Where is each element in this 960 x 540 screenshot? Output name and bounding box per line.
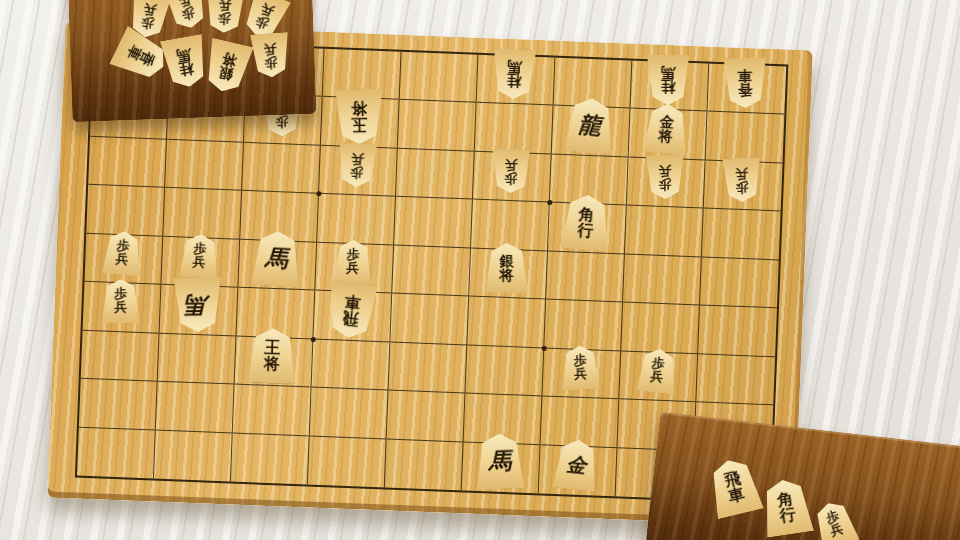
board-cell <box>315 242 394 293</box>
board-cell <box>79 379 158 430</box>
piece-kanji: 歩 兵 <box>263 42 278 68</box>
board-cell <box>477 55 556 106</box>
board-cell <box>542 348 621 399</box>
shogi-piece-香車[interactable]: 香 車 <box>108 25 173 87</box>
board-cell <box>396 149 475 200</box>
board-cell <box>83 282 162 333</box>
board-cell <box>387 391 466 442</box>
board-cell <box>548 203 627 254</box>
board-cell <box>312 339 391 390</box>
board-cell <box>163 188 242 239</box>
piece-kanji: 飛 車 <box>723 469 746 503</box>
board-cell <box>541 397 620 448</box>
board-cell <box>385 439 464 490</box>
board-cell <box>698 306 777 357</box>
board-cell <box>539 445 618 496</box>
board-cell <box>323 49 402 100</box>
board-cell <box>469 248 548 299</box>
shogi-piece-角行[interactable]: 角 行 <box>758 476 816 538</box>
board-cell <box>161 236 240 287</box>
board-cell <box>473 152 552 203</box>
piece-kanji: 歩 兵 <box>140 2 157 29</box>
board-cell <box>84 234 163 285</box>
board-cell <box>623 254 702 305</box>
piece-kanji: 桂 馬 <box>175 47 194 77</box>
board-cell <box>156 382 235 433</box>
board-cell <box>390 294 469 345</box>
board-cell <box>165 140 244 191</box>
board-cell <box>313 291 392 342</box>
board-cell <box>625 206 704 257</box>
board-cell <box>552 106 631 157</box>
piece-kanji: 銀 将 <box>217 51 238 82</box>
board-cell <box>158 333 237 384</box>
board-cell <box>240 191 319 242</box>
shogi-piece-歩兵[interactable]: 歩 兵 <box>204 0 246 34</box>
board-cell <box>392 245 471 296</box>
board-cell <box>160 285 239 336</box>
board-cell <box>704 160 783 211</box>
board-cell <box>238 239 317 290</box>
piece-kanji: 歩 兵 <box>178 0 196 20</box>
board-cell <box>702 209 781 260</box>
piece-kanji: 歩 兵 <box>825 510 845 538</box>
piece-kanji: 角 行 <box>776 490 796 523</box>
board-cell <box>696 354 775 405</box>
piece-kanji: 歩 兵 <box>254 1 276 30</box>
board-cell <box>308 436 387 487</box>
board-cell <box>619 351 698 402</box>
shogi-piece-桂馬[interactable]: 桂 馬 <box>158 34 211 91</box>
board-cell <box>81 330 160 381</box>
board-cell <box>465 345 544 396</box>
board-cell <box>86 185 165 236</box>
board-cell <box>236 288 315 339</box>
board-cell <box>467 297 546 348</box>
board-cell <box>317 194 396 245</box>
shogi-piece-銀将[interactable]: 銀 将 <box>199 37 254 96</box>
board-cell <box>400 52 479 103</box>
board-cell <box>706 112 785 163</box>
board-cell <box>321 97 400 148</box>
shogi-piece-歩兵[interactable]: 歩 兵 <box>809 497 860 540</box>
board-cell <box>88 137 167 188</box>
piece-kanji: 歩 兵 <box>218 0 232 24</box>
board-cell <box>629 109 708 160</box>
board-cell <box>464 394 543 445</box>
board-cell <box>544 300 623 351</box>
board-cell <box>700 257 779 308</box>
piece-kanji: 香 車 <box>124 43 156 68</box>
board-cell <box>310 388 389 439</box>
captured-piece-stand-top-left: 歩 兵歩 兵歩 兵歩 兵香 車桂 馬銀 将歩 兵 <box>67 0 316 122</box>
board-cell <box>462 442 541 493</box>
board-cell <box>707 64 786 115</box>
board-cell <box>233 385 312 436</box>
board-cell <box>319 146 398 197</box>
shogi-piece-歩兵[interactable]: 歩 兵 <box>163 0 211 32</box>
board-cell <box>630 61 709 112</box>
board-cell <box>388 342 467 393</box>
board-cell <box>475 103 554 154</box>
board-cell <box>554 58 633 109</box>
board-cell <box>398 100 477 151</box>
board-cell <box>550 154 629 205</box>
board-cell <box>471 200 550 251</box>
board-cell <box>231 433 310 484</box>
board-cell <box>235 336 314 387</box>
board-cell <box>394 197 473 248</box>
shogi-piece-飛車[interactable]: 飛 車 <box>704 454 765 519</box>
board-cell <box>242 143 321 194</box>
shogi-piece-歩兵[interactable]: 歩 兵 <box>249 32 292 79</box>
board-cell <box>546 251 625 302</box>
board-cell <box>627 157 706 208</box>
board-cell <box>621 303 700 354</box>
board-cell <box>154 430 233 481</box>
board-cell <box>77 427 156 478</box>
